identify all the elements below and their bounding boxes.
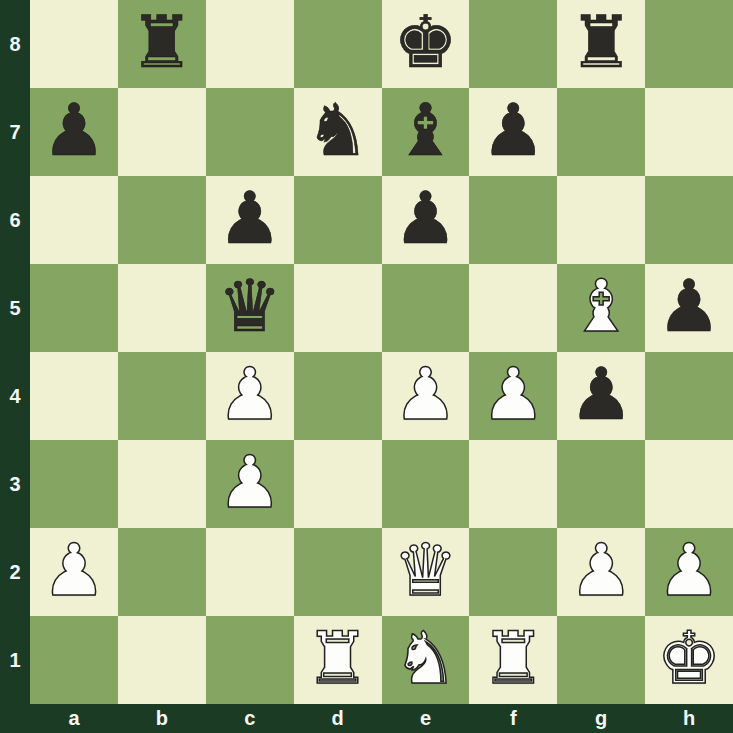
- piece-black-bishop[interactable]: ♝: [393, 94, 458, 166]
- square-e5[interactable]: [382, 264, 470, 352]
- square-b8[interactable]: ♜: [118, 0, 206, 88]
- piece-black-king[interactable]: ♚: [393, 6, 458, 78]
- square-f2[interactable]: [469, 528, 557, 616]
- rank-label-6: 6: [0, 176, 30, 264]
- piece-white-pawn[interactable]: ♟: [393, 358, 458, 430]
- square-d5[interactable]: [294, 264, 382, 352]
- rank-label-1: 1: [0, 616, 30, 704]
- square-f8[interactable]: [469, 0, 557, 88]
- square-g8[interactable]: ♜: [557, 0, 645, 88]
- piece-black-rook[interactable]: ♜: [569, 6, 634, 78]
- square-a6[interactable]: [30, 176, 118, 264]
- square-c1[interactable]: [206, 616, 294, 704]
- square-c8[interactable]: [206, 0, 294, 88]
- square-b3[interactable]: [118, 440, 206, 528]
- square-f6[interactable]: [469, 176, 557, 264]
- square-e1[interactable]: ♞: [382, 616, 470, 704]
- file-label-g: g: [557, 704, 645, 733]
- square-h6[interactable]: [645, 176, 733, 264]
- square-h2[interactable]: ♟: [645, 528, 733, 616]
- rank-label-7: 7: [0, 88, 30, 176]
- square-a5[interactable]: [30, 264, 118, 352]
- square-d2[interactable]: [294, 528, 382, 616]
- square-g1[interactable]: [557, 616, 645, 704]
- piece-black-pawn[interactable]: ♟: [42, 94, 107, 166]
- square-e3[interactable]: [382, 440, 470, 528]
- piece-black-pawn[interactable]: ♟: [569, 358, 634, 430]
- square-g5[interactable]: ♝: [557, 264, 645, 352]
- square-b5[interactable]: [118, 264, 206, 352]
- square-g4[interactable]: ♟: [557, 352, 645, 440]
- piece-black-pawn[interactable]: ♟: [481, 94, 546, 166]
- square-c4[interactable]: ♟: [206, 352, 294, 440]
- square-b4[interactable]: [118, 352, 206, 440]
- square-c3[interactable]: ♟: [206, 440, 294, 528]
- rank-labels: 87654321: [0, 0, 30, 704]
- square-h1[interactable]: ♚: [645, 616, 733, 704]
- rank-label-2: 2: [0, 528, 30, 616]
- rank-label-8: 8: [0, 0, 30, 88]
- square-e7[interactable]: ♝: [382, 88, 470, 176]
- square-b2[interactable]: [118, 528, 206, 616]
- square-g2[interactable]: ♟: [557, 528, 645, 616]
- file-label-e: e: [382, 704, 470, 733]
- piece-black-knight[interactable]: ♞: [305, 94, 370, 166]
- square-h7[interactable]: [645, 88, 733, 176]
- square-a1[interactable]: [30, 616, 118, 704]
- square-c2[interactable]: [206, 528, 294, 616]
- file-label-d: d: [294, 704, 382, 733]
- piece-black-pawn[interactable]: ♟: [217, 182, 282, 254]
- square-h5[interactable]: ♟: [645, 264, 733, 352]
- chess-board[interactable]: ♜♚♜♟♞♝♟♟♟♛♝♟♟♟♟♟♟♟♛♟♟♜♞♜♚: [30, 0, 733, 704]
- square-a7[interactable]: ♟: [30, 88, 118, 176]
- square-e8[interactable]: ♚: [382, 0, 470, 88]
- rank-label-4: 4: [0, 352, 30, 440]
- piece-white-rook[interactable]: ♜: [305, 622, 370, 694]
- square-h8[interactable]: [645, 0, 733, 88]
- piece-white-knight[interactable]: ♞: [393, 622, 458, 694]
- file-labels: abcdefgh: [30, 704, 733, 733]
- piece-white-pawn[interactable]: ♟: [481, 358, 546, 430]
- square-a8[interactable]: [30, 0, 118, 88]
- square-b1[interactable]: [118, 616, 206, 704]
- square-g7[interactable]: [557, 88, 645, 176]
- file-label-b: b: [118, 704, 206, 733]
- square-d8[interactable]: [294, 0, 382, 88]
- square-d1[interactable]: ♜: [294, 616, 382, 704]
- square-a3[interactable]: [30, 440, 118, 528]
- piece-black-queen[interactable]: ♛: [217, 270, 282, 342]
- square-h3[interactable]: [645, 440, 733, 528]
- square-d6[interactable]: [294, 176, 382, 264]
- file-label-a: a: [30, 704, 118, 733]
- chess-board-frame: 87654321 ♜♚♜♟♞♝♟♟♟♛♝♟♟♟♟♟♟♟♛♟♟♜♞♜♚ abcde…: [0, 0, 733, 733]
- square-b7[interactable]: [118, 88, 206, 176]
- piece-white-pawn[interactable]: ♟: [217, 358, 282, 430]
- rank-label-5: 5: [0, 264, 30, 352]
- square-g6[interactable]: [557, 176, 645, 264]
- square-f5[interactable]: [469, 264, 557, 352]
- square-e2[interactable]: ♛: [382, 528, 470, 616]
- piece-white-queen[interactable]: ♛: [393, 534, 458, 606]
- piece-white-bishop[interactable]: ♝: [569, 270, 634, 342]
- square-d7[interactable]: ♞: [294, 88, 382, 176]
- square-h4[interactable]: [645, 352, 733, 440]
- square-a4[interactable]: [30, 352, 118, 440]
- square-f1[interactable]: ♜: [469, 616, 557, 704]
- square-c6[interactable]: ♟: [206, 176, 294, 264]
- piece-black-pawn[interactable]: ♟: [393, 182, 458, 254]
- square-f3[interactable]: [469, 440, 557, 528]
- square-e6[interactable]: ♟: [382, 176, 470, 264]
- square-c7[interactable]: [206, 88, 294, 176]
- square-b6[interactable]: [118, 176, 206, 264]
- piece-white-pawn[interactable]: ♟: [657, 534, 722, 606]
- square-e4[interactable]: ♟: [382, 352, 470, 440]
- square-g3[interactable]: [557, 440, 645, 528]
- piece-white-pawn[interactable]: ♟: [569, 534, 634, 606]
- piece-white-king[interactable]: ♚: [657, 622, 722, 694]
- square-d3[interactable]: [294, 440, 382, 528]
- piece-black-pawn[interactable]: ♟: [657, 270, 722, 342]
- file-label-c: c: [206, 704, 294, 733]
- file-label-h: h: [645, 704, 733, 733]
- rank-label-3: 3: [0, 440, 30, 528]
- board-corner: [0, 704, 30, 733]
- piece-black-rook[interactable]: ♜: [130, 6, 195, 78]
- file-label-f: f: [469, 704, 557, 733]
- piece-white-pawn[interactable]: ♟: [42, 534, 107, 606]
- piece-white-rook[interactable]: ♜: [481, 622, 546, 694]
- square-f4[interactable]: ♟: [469, 352, 557, 440]
- piece-white-pawn[interactable]: ♟: [217, 446, 282, 518]
- square-d4[interactable]: [294, 352, 382, 440]
- square-f7[interactable]: ♟: [469, 88, 557, 176]
- square-a2[interactable]: ♟: [30, 528, 118, 616]
- square-c5[interactable]: ♛: [206, 264, 294, 352]
